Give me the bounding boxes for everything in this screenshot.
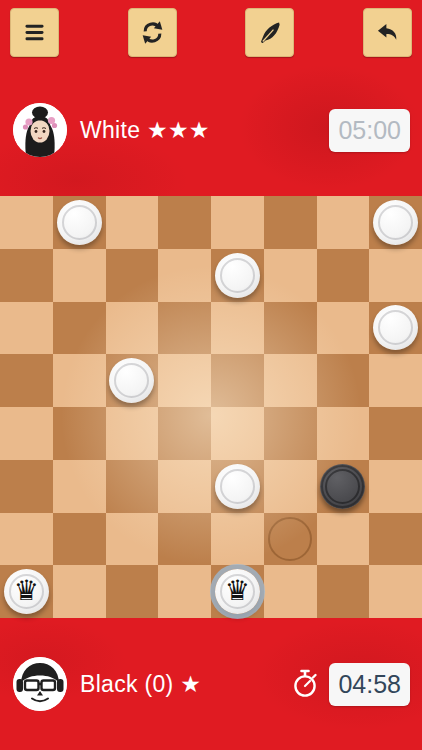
square-h7[interactable] — [369, 249, 422, 302]
square-c3[interactable] — [106, 460, 159, 513]
feather-icon — [256, 19, 283, 46]
square-d2[interactable] — [158, 513, 211, 566]
white-man-h8[interactable] — [373, 200, 418, 245]
black-player-name: Black (0) ★ — [80, 671, 201, 698]
king-crown-icon: ♛ — [14, 577, 39, 605]
undo-icon — [374, 19, 401, 46]
undo-button[interactable] — [363, 8, 412, 57]
square-g2[interactable] — [317, 513, 370, 566]
square-e2[interactable] — [211, 513, 264, 566]
square-d1[interactable] — [158, 565, 211, 618]
square-d6[interactable] — [158, 302, 211, 355]
king-crown-icon: ♛ — [225, 577, 250, 605]
boy-avatar-icon — [13, 657, 67, 711]
square-b4[interactable] — [53, 407, 106, 460]
square-e4[interactable] — [211, 407, 264, 460]
square-f4[interactable] — [264, 407, 317, 460]
square-c6[interactable] — [106, 302, 159, 355]
white-king-e1[interactable]: ♛ — [215, 569, 260, 614]
feather-button[interactable] — [245, 8, 294, 57]
toolbar — [10, 8, 412, 57]
square-e5[interactable] — [211, 354, 264, 407]
white-man-b8[interactable] — [57, 200, 102, 245]
black-player-avatar[interactable] — [13, 657, 67, 711]
square-e6[interactable] — [211, 302, 264, 355]
white-player-row: White ★★★ 05:00 — [13, 103, 410, 157]
square-d3[interactable] — [158, 460, 211, 513]
square-a4[interactable] — [0, 407, 53, 460]
black-player-row: Black (0) ★ 04:58 — [13, 657, 410, 711]
square-e7[interactable] — [211, 249, 264, 302]
square-g1[interactable] — [317, 565, 370, 618]
square-g4[interactable] — [317, 407, 370, 460]
square-h4[interactable] — [369, 407, 422, 460]
square-a2[interactable] — [0, 513, 53, 566]
white-player-avatar[interactable] — [13, 103, 67, 157]
menu-button[interactable] — [10, 8, 59, 57]
girl-avatar-icon — [13, 103, 67, 157]
square-a8[interactable] — [0, 196, 53, 249]
square-c7[interactable] — [106, 249, 159, 302]
square-b2[interactable] — [53, 513, 106, 566]
square-g3[interactable] — [317, 460, 370, 513]
square-h8[interactable] — [369, 196, 422, 249]
square-b5[interactable] — [53, 354, 106, 407]
square-f3[interactable] — [264, 460, 317, 513]
square-h5[interactable] — [369, 354, 422, 407]
white-man-c5[interactable] — [109, 358, 154, 403]
app-screen: White ★★★ 05:00 ♛♛ Black (0) ★ — [0, 0, 422, 750]
square-b8[interactable] — [53, 196, 106, 249]
square-f5[interactable] — [264, 354, 317, 407]
square-e8[interactable] — [211, 196, 264, 249]
white-player-name: White ★★★ — [80, 117, 210, 144]
square-f7[interactable] — [264, 249, 317, 302]
square-g5[interactable] — [317, 354, 370, 407]
square-a7[interactable] — [0, 249, 53, 302]
menu-icon — [21, 19, 48, 46]
black-timer: 04:58 — [329, 663, 410, 706]
square-c8[interactable] — [106, 196, 159, 249]
square-e3[interactable] — [211, 460, 264, 513]
square-c5[interactable] — [106, 354, 159, 407]
square-d8[interactable] — [158, 196, 211, 249]
square-a1[interactable]: ♛ — [0, 565, 53, 618]
restart-button[interactable] — [128, 8, 177, 57]
square-a5[interactable] — [0, 354, 53, 407]
square-a6[interactable] — [0, 302, 53, 355]
square-c2[interactable] — [106, 513, 159, 566]
square-h2[interactable] — [369, 513, 422, 566]
square-a3[interactable] — [0, 460, 53, 513]
square-d4[interactable] — [158, 407, 211, 460]
white-man-e3[interactable] — [215, 464, 260, 509]
square-g8[interactable] — [317, 196, 370, 249]
square-b3[interactable] — [53, 460, 106, 513]
white-timer: 05:00 — [329, 109, 410, 152]
square-h6[interactable] — [369, 302, 422, 355]
square-e1[interactable]: ♛ — [211, 565, 264, 618]
black-man-g3[interactable] — [320, 464, 365, 509]
square-c1[interactable] — [106, 565, 159, 618]
ghost-move-hint[interactable] — [268, 517, 312, 561]
square-c4[interactable] — [106, 407, 159, 460]
square-b1[interactable] — [53, 565, 106, 618]
board: ♛♛ — [0, 196, 422, 618]
white-king-a1[interactable]: ♛ — [4, 569, 49, 614]
square-g7[interactable] — [317, 249, 370, 302]
board-wrap: ♛♛ — [0, 196, 422, 618]
square-b6[interactable] — [53, 302, 106, 355]
stopwatch-icon — [290, 668, 320, 700]
square-b7[interactable] — [53, 249, 106, 302]
square-f2[interactable] — [264, 513, 317, 566]
white-man-e7[interactable] — [215, 253, 260, 298]
square-d7[interactable] — [158, 249, 211, 302]
white-man-h6[interactable] — [373, 305, 418, 350]
square-g6[interactable] — [317, 302, 370, 355]
square-f6[interactable] — [264, 302, 317, 355]
square-h3[interactable] — [369, 460, 422, 513]
restart-icon — [139, 19, 166, 46]
square-f1[interactable] — [264, 565, 317, 618]
square-f8[interactable] — [264, 196, 317, 249]
square-d5[interactable] — [158, 354, 211, 407]
square-h1[interactable] — [369, 565, 422, 618]
